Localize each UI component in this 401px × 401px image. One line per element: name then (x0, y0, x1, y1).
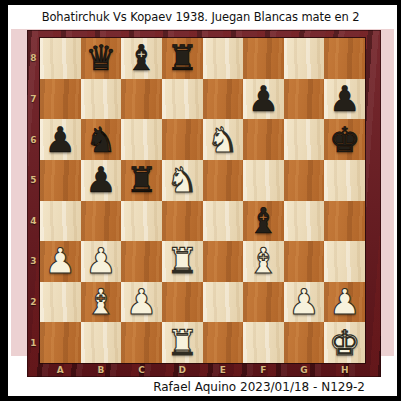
square-e7[interactable] (203, 79, 244, 120)
white-knight-d5[interactable]: ♞ (166, 160, 197, 200)
black-pawn-a6[interactable]: ♟ (45, 120, 76, 160)
chess-board: ♛♝♜♟♟♟♞♞♚♟♜♞♝♟♟♜♝♝♟♟♟♜♚ (40, 38, 365, 363)
square-g2[interactable]: ♟ (284, 282, 325, 323)
black-queen-b8[interactable]: ♛ (85, 38, 116, 78)
file-label-e: E (203, 363, 244, 377)
square-b5[interactable]: ♟ (81, 160, 122, 201)
square-h3[interactable] (324, 241, 365, 282)
square-e6[interactable]: ♞ (203, 119, 244, 160)
white-rook-d1[interactable]: ♜ (166, 323, 197, 363)
black-bishop-c8[interactable]: ♝ (126, 38, 157, 78)
file-label-h: H (324, 363, 365, 377)
square-f1[interactable] (243, 322, 284, 363)
square-h6[interactable]: ♚ (324, 119, 365, 160)
square-e5[interactable] (203, 160, 244, 201)
square-d3[interactable]: ♜ (162, 241, 203, 282)
square-f4[interactable]: ♝ (243, 201, 284, 242)
square-c2[interactable]: ♟ (121, 282, 162, 323)
rank-label-4: 4 (27, 201, 40, 242)
white-pawn-a3[interactable]: ♟ (45, 241, 76, 281)
square-g4[interactable] (284, 201, 325, 242)
file-label-f: F (243, 363, 284, 377)
black-knight-b6[interactable]: ♞ (85, 120, 116, 160)
square-a3[interactable]: ♟ (40, 241, 81, 282)
rank-label-8: 8 (27, 38, 40, 79)
page: Bohatirchuk Vs Kopaev 1938. Juegan Blanc… (0, 0, 401, 401)
file-labels: ABCDEFGH (40, 363, 365, 377)
square-b8[interactable]: ♛ (81, 38, 122, 79)
rank-label-3: 3 (27, 241, 40, 282)
square-h2[interactable]: ♟ (324, 282, 365, 323)
square-b7[interactable] (81, 79, 122, 120)
square-a2[interactable] (40, 282, 81, 323)
square-e8[interactable] (203, 38, 244, 79)
square-h7[interactable]: ♟ (324, 79, 365, 120)
board-frame: 87654321 ♛♝♜♟♟♟♞♞♚♟♜♞♝♟♟♜♝♝♟♟♟♜♚ ABCDEFG… (27, 30, 381, 377)
rank-label-7: 7 (27, 79, 40, 120)
square-d4[interactable] (162, 201, 203, 242)
square-f5[interactable] (243, 160, 284, 201)
square-c1[interactable] (121, 322, 162, 363)
credit-text: Rafael Aquino 2023/01/18 - N129-2 (153, 380, 365, 394)
square-d6[interactable] (162, 119, 203, 160)
square-a8[interactable] (40, 38, 81, 79)
square-d2[interactable] (162, 282, 203, 323)
square-e2[interactable] (203, 282, 244, 323)
square-a5[interactable] (40, 160, 81, 201)
square-d5[interactable]: ♞ (162, 160, 203, 201)
square-c4[interactable] (121, 201, 162, 242)
black-rook-c5[interactable]: ♜ (126, 160, 157, 200)
black-king-h6[interactable]: ♚ (329, 120, 360, 160)
white-knight-e6[interactable]: ♞ (207, 120, 238, 160)
square-b6[interactable]: ♞ (81, 119, 122, 160)
square-b4[interactable] (81, 201, 122, 242)
rank-label-1: 1 (27, 322, 40, 363)
square-a6[interactable]: ♟ (40, 119, 81, 160)
square-d1[interactable]: ♜ (162, 322, 203, 363)
square-f7[interactable]: ♟ (243, 79, 284, 120)
square-g7[interactable] (284, 79, 325, 120)
file-label-a: A (40, 363, 81, 377)
square-a4[interactable] (40, 201, 81, 242)
square-c6[interactable] (121, 119, 162, 160)
file-label-c: C (121, 363, 162, 377)
white-bishop-b2[interactable]: ♝ (85, 282, 116, 322)
white-pawn-g2[interactable]: ♟ (288, 282, 319, 322)
white-bishop-f3[interactable]: ♝ (248, 241, 279, 281)
square-b3[interactable]: ♟ (81, 241, 122, 282)
white-king-h1[interactable]: ♚ (329, 323, 360, 363)
rank-labels: 87654321 (27, 38, 40, 363)
black-pawn-f7[interactable]: ♟ (248, 79, 279, 119)
square-f6[interactable] (243, 119, 284, 160)
square-e1[interactable] (203, 322, 244, 363)
rank-label-2: 2 (27, 282, 40, 323)
square-a7[interactable] (40, 79, 81, 120)
black-pawn-b5[interactable]: ♟ (85, 160, 116, 200)
square-c7[interactable] (121, 79, 162, 120)
square-a1[interactable] (40, 322, 81, 363)
square-h5[interactable] (324, 160, 365, 201)
square-b1[interactable] (81, 322, 122, 363)
square-g3[interactable] (284, 241, 325, 282)
square-f8[interactable] (243, 38, 284, 79)
square-g8[interactable] (284, 38, 325, 79)
square-b2[interactable]: ♝ (81, 282, 122, 323)
square-f2[interactable] (243, 282, 284, 323)
square-d7[interactable] (162, 79, 203, 120)
square-g5[interactable] (284, 160, 325, 201)
black-rook-d8[interactable]: ♜ (166, 38, 197, 78)
square-c8[interactable]: ♝ (121, 38, 162, 79)
rank-label-5: 5 (27, 160, 40, 201)
white-pawn-b3[interactable]: ♟ (85, 241, 116, 281)
white-pawn-c2[interactable]: ♟ (126, 282, 157, 322)
file-label-d: D (162, 363, 203, 377)
file-label-b: B (81, 363, 122, 377)
square-g6[interactable] (284, 119, 325, 160)
square-h8[interactable] (324, 38, 365, 79)
square-c3[interactable] (121, 241, 162, 282)
black-pawn-h7[interactable]: ♟ (329, 79, 360, 119)
page-title: Bohatirchuk Vs Kopaev 1938. Juegan Blanc… (12, 10, 389, 25)
square-f3[interactable]: ♝ (243, 241, 284, 282)
square-g1[interactable] (284, 322, 325, 363)
square-c5[interactable]: ♜ (121, 160, 162, 201)
black-bishop-f4[interactable]: ♝ (248, 201, 279, 241)
square-h4[interactable] (324, 201, 365, 242)
square-e4[interactable] (203, 201, 244, 242)
square-h1[interactable]: ♚ (324, 322, 365, 363)
white-rook-d3[interactable]: ♜ (166, 241, 197, 281)
square-e3[interactable] (203, 241, 244, 282)
rank-label-6: 6 (27, 119, 40, 160)
file-label-g: G (284, 363, 325, 377)
white-pawn-h2[interactable]: ♟ (329, 282, 360, 322)
square-d8[interactable]: ♜ (162, 38, 203, 79)
